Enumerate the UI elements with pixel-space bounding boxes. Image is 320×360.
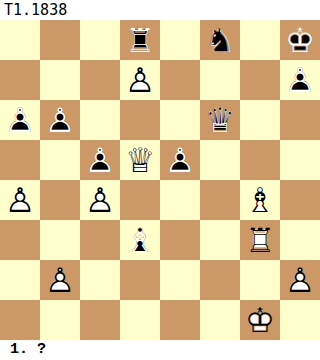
pawn-outline-glyph: ♙ bbox=[80, 180, 120, 220]
king-fill-glyph: ♚ bbox=[280, 20, 320, 60]
square-e5[interactable]: ♟♙ bbox=[160, 140, 200, 180]
square-h5[interactable] bbox=[280, 140, 320, 180]
square-c6[interactable] bbox=[80, 100, 120, 140]
pawn-outline-glyph: ♙ bbox=[0, 180, 40, 220]
pawn-fill-glyph: ♟ bbox=[280, 60, 320, 100]
square-a7[interactable] bbox=[0, 60, 40, 100]
square-c7[interactable] bbox=[80, 60, 120, 100]
square-b1[interactable] bbox=[40, 300, 80, 340]
square-g5[interactable] bbox=[240, 140, 280, 180]
square-b3[interactable] bbox=[40, 220, 80, 260]
pawn-outline-glyph: ♙ bbox=[0, 100, 40, 140]
square-d3[interactable]: ♝♗ bbox=[120, 220, 160, 260]
pawn-fill-glyph: ♟ bbox=[120, 60, 160, 100]
queen-fill-glyph: ♛ bbox=[120, 140, 160, 180]
square-a4[interactable]: ♟♙ bbox=[0, 180, 40, 220]
pawn-outline-glyph: ♙ bbox=[160, 140, 200, 180]
square-h2[interactable]: ♟♙ bbox=[280, 260, 320, 300]
square-h1[interactable] bbox=[280, 300, 320, 340]
square-g7[interactable] bbox=[240, 60, 280, 100]
square-d4[interactable] bbox=[120, 180, 160, 220]
rook-fill-glyph: ♜ bbox=[240, 220, 280, 260]
piece-white-pawn[interactable]: ♟♙ bbox=[40, 260, 80, 300]
bishop-fill-glyph: ♝ bbox=[240, 180, 280, 220]
square-g4[interactable]: ♝♗ bbox=[240, 180, 280, 220]
square-d2[interactable] bbox=[120, 260, 160, 300]
square-e8[interactable] bbox=[160, 20, 200, 60]
square-e7[interactable] bbox=[160, 60, 200, 100]
square-e4[interactable] bbox=[160, 180, 200, 220]
piece-black-pawn[interactable]: ♟♙ bbox=[0, 100, 40, 140]
pawn-outline-glyph: ♙ bbox=[40, 100, 80, 140]
square-c4[interactable]: ♟♙ bbox=[80, 180, 120, 220]
square-f3[interactable] bbox=[200, 220, 240, 260]
chess-board: ♜♖♞♘♚♔♟♙♟♙♟♙♟♙♛♕♟♙♛♕♟♙♟♙♟♙♝♗♝♗♜♖♟♙♟♙♚♔ bbox=[0, 20, 320, 340]
pawn-fill-glyph: ♟ bbox=[280, 260, 320, 300]
piece-black-bishop[interactable]: ♝♗ bbox=[120, 220, 160, 260]
square-h6[interactable] bbox=[280, 100, 320, 140]
piece-black-pawn[interactable]: ♟♙ bbox=[40, 100, 80, 140]
pawn-outline-glyph: ♙ bbox=[120, 60, 160, 100]
piece-black-knight[interactable]: ♞♘ bbox=[200, 20, 240, 60]
pawn-outline-glyph: ♙ bbox=[280, 260, 320, 300]
square-h7[interactable]: ♟♙ bbox=[280, 60, 320, 100]
square-e6[interactable] bbox=[160, 100, 200, 140]
move-prompt: 1. ? bbox=[0, 340, 320, 360]
square-f2[interactable] bbox=[200, 260, 240, 300]
square-c3[interactable] bbox=[80, 220, 120, 260]
rook-outline-glyph: ♖ bbox=[240, 220, 280, 260]
square-g8[interactable] bbox=[240, 20, 280, 60]
square-e3[interactable] bbox=[160, 220, 200, 260]
square-c5[interactable]: ♟♙ bbox=[80, 140, 120, 180]
square-a1[interactable] bbox=[0, 300, 40, 340]
pawn-fill-glyph: ♟ bbox=[80, 180, 120, 220]
pawn-fill-glyph: ♟ bbox=[80, 140, 120, 180]
piece-white-bishop[interactable]: ♝♗ bbox=[240, 180, 280, 220]
piece-white-queen[interactable]: ♛♕ bbox=[120, 140, 160, 180]
square-c2[interactable] bbox=[80, 260, 120, 300]
square-a6[interactable]: ♟♙ bbox=[0, 100, 40, 140]
pawn-fill-glyph: ♟ bbox=[0, 180, 40, 220]
square-a2[interactable] bbox=[0, 260, 40, 300]
queen-outline-glyph: ♕ bbox=[120, 140, 160, 180]
piece-black-rook[interactable]: ♜♖ bbox=[120, 20, 160, 60]
square-f8[interactable]: ♞♘ bbox=[200, 20, 240, 60]
square-h4[interactable] bbox=[280, 180, 320, 220]
square-b4[interactable] bbox=[40, 180, 80, 220]
piece-white-king[interactable]: ♚♔ bbox=[240, 300, 280, 340]
square-b8[interactable] bbox=[40, 20, 80, 60]
piece-white-pawn[interactable]: ♟♙ bbox=[0, 180, 40, 220]
king-outline-glyph: ♔ bbox=[240, 300, 280, 340]
piece-black-king[interactable]: ♚♔ bbox=[280, 20, 320, 60]
square-f5[interactable] bbox=[200, 140, 240, 180]
square-d1[interactable] bbox=[120, 300, 160, 340]
bishop-outline-glyph: ♗ bbox=[120, 220, 160, 260]
square-a3[interactable] bbox=[0, 220, 40, 260]
square-f4[interactable] bbox=[200, 180, 240, 220]
square-c1[interactable] bbox=[80, 300, 120, 340]
queen-outline-glyph: ♕ bbox=[200, 100, 240, 140]
square-b2[interactable]: ♟♙ bbox=[40, 260, 80, 300]
chess-puzzle-window: T1.1838 ♜♖♞♘♚♔♟♙♟♙♟♙♟♙♛♕♟♙♛♕♟♙♟♙♟♙♝♗♝♗♜♖… bbox=[0, 0, 320, 360]
square-h3[interactable] bbox=[280, 220, 320, 260]
square-d6[interactable] bbox=[120, 100, 160, 140]
queen-fill-glyph: ♛ bbox=[200, 100, 240, 140]
square-f1[interactable] bbox=[200, 300, 240, 340]
square-g2[interactable] bbox=[240, 260, 280, 300]
square-c8[interactable] bbox=[80, 20, 120, 60]
square-b7[interactable] bbox=[40, 60, 80, 100]
square-f6[interactable]: ♛♕ bbox=[200, 100, 240, 140]
king-fill-glyph: ♚ bbox=[240, 300, 280, 340]
pawn-fill-glyph: ♟ bbox=[160, 140, 200, 180]
pawn-outline-glyph: ♙ bbox=[280, 60, 320, 100]
piece-black-pawn[interactable]: ♟♙ bbox=[160, 140, 200, 180]
knight-fill-glyph: ♞ bbox=[200, 20, 240, 60]
piece-black-pawn[interactable]: ♟♙ bbox=[280, 60, 320, 100]
square-e1[interactable] bbox=[160, 300, 200, 340]
square-d7[interactable]: ♟♙ bbox=[120, 60, 160, 100]
rook-outline-glyph: ♖ bbox=[120, 20, 160, 60]
square-d5[interactable]: ♛♕ bbox=[120, 140, 160, 180]
knight-outline-glyph: ♘ bbox=[200, 20, 240, 60]
pawn-fill-glyph: ♟ bbox=[0, 100, 40, 140]
bishop-outline-glyph: ♗ bbox=[240, 180, 280, 220]
square-g3[interactable]: ♜♖ bbox=[240, 220, 280, 260]
pawn-outline-glyph: ♙ bbox=[40, 260, 80, 300]
bishop-fill-glyph: ♝ bbox=[120, 220, 160, 260]
pawn-fill-glyph: ♟ bbox=[40, 260, 80, 300]
king-outline-glyph: ♔ bbox=[280, 20, 320, 60]
pawn-fill-glyph: ♟ bbox=[40, 100, 80, 140]
square-d8[interactable]: ♜♖ bbox=[120, 20, 160, 60]
square-e2[interactable] bbox=[160, 260, 200, 300]
square-b6[interactable]: ♟♙ bbox=[40, 100, 80, 140]
square-h8[interactable]: ♚♔ bbox=[280, 20, 320, 60]
square-a8[interactable] bbox=[0, 20, 40, 60]
rook-fill-glyph: ♜ bbox=[120, 20, 160, 60]
square-a5[interactable] bbox=[0, 140, 40, 180]
piece-black-pawn[interactable]: ♟♙ bbox=[80, 140, 120, 180]
piece-black-queen[interactable]: ♛♕ bbox=[200, 100, 240, 140]
square-g1[interactable]: ♚♔ bbox=[240, 300, 280, 340]
piece-white-pawn[interactable]: ♟♙ bbox=[280, 260, 320, 300]
square-g6[interactable] bbox=[240, 100, 280, 140]
pawn-outline-glyph: ♙ bbox=[80, 140, 120, 180]
square-f7[interactable] bbox=[200, 60, 240, 100]
puzzle-title: T1.1838 bbox=[0, 0, 320, 20]
piece-white-pawn[interactable]: ♟♙ bbox=[80, 180, 120, 220]
square-b5[interactable] bbox=[40, 140, 80, 180]
piece-white-pawn[interactable]: ♟♙ bbox=[120, 60, 160, 100]
piece-white-rook[interactable]: ♜♖ bbox=[240, 220, 280, 260]
